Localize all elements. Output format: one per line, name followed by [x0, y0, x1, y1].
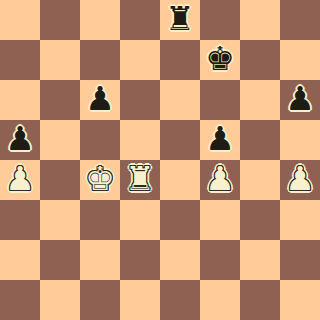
- square-c8[interactable]: [80, 0, 120, 40]
- square-f2[interactable]: [200, 240, 240, 280]
- square-h8[interactable]: [280, 0, 320, 40]
- chess-board: ♜♚♟♟♟♟♟♚♜♟♟: [0, 0, 320, 320]
- square-g5[interactable]: [240, 120, 280, 160]
- square-e4[interactable]: [160, 160, 200, 200]
- piece-white-pawn[interactable]: ♟: [5, 159, 35, 199]
- square-f6[interactable]: [200, 80, 240, 120]
- square-c6[interactable]: ♟: [80, 80, 120, 120]
- square-h1[interactable]: [280, 280, 320, 320]
- square-e8[interactable]: ♜: [160, 0, 200, 40]
- square-e6[interactable]: [160, 80, 200, 120]
- square-d7[interactable]: [120, 40, 160, 80]
- square-e7[interactable]: [160, 40, 200, 80]
- square-a2[interactable]: [0, 240, 40, 280]
- square-a5[interactable]: ♟: [0, 120, 40, 160]
- piece-black-king[interactable]: ♚: [205, 39, 235, 79]
- square-g2[interactable]: [240, 240, 280, 280]
- square-d2[interactable]: [120, 240, 160, 280]
- piece-white-rook[interactable]: ♜: [125, 159, 155, 199]
- square-b1[interactable]: [40, 280, 80, 320]
- square-d4[interactable]: ♜: [120, 160, 160, 200]
- piece-black-rook[interactable]: ♜: [165, 0, 195, 39]
- square-g7[interactable]: [240, 40, 280, 80]
- square-c1[interactable]: [80, 280, 120, 320]
- square-h2[interactable]: [280, 240, 320, 280]
- square-f1[interactable]: [200, 280, 240, 320]
- square-g8[interactable]: [240, 0, 280, 40]
- square-b5[interactable]: [40, 120, 80, 160]
- square-a4[interactable]: ♟: [0, 160, 40, 200]
- square-b6[interactable]: [40, 80, 80, 120]
- square-d5[interactable]: [120, 120, 160, 160]
- square-f8[interactable]: [200, 0, 240, 40]
- square-a6[interactable]: [0, 80, 40, 120]
- square-a1[interactable]: [0, 280, 40, 320]
- piece-white-pawn[interactable]: ♟: [285, 159, 315, 199]
- square-a3[interactable]: [0, 200, 40, 240]
- square-e1[interactable]: [160, 280, 200, 320]
- piece-black-pawn[interactable]: ♟: [285, 79, 315, 119]
- square-c4[interactable]: ♚: [80, 160, 120, 200]
- square-f3[interactable]: [200, 200, 240, 240]
- square-a8[interactable]: [0, 0, 40, 40]
- square-f5[interactable]: ♟: [200, 120, 240, 160]
- square-h5[interactable]: [280, 120, 320, 160]
- square-f4[interactable]: ♟: [200, 160, 240, 200]
- piece-white-king[interactable]: ♚: [85, 159, 115, 199]
- square-h4[interactable]: ♟: [280, 160, 320, 200]
- square-g6[interactable]: [240, 80, 280, 120]
- square-g3[interactable]: [240, 200, 280, 240]
- square-c5[interactable]: [80, 120, 120, 160]
- square-c3[interactable]: [80, 200, 120, 240]
- square-e2[interactable]: [160, 240, 200, 280]
- square-c7[interactable]: [80, 40, 120, 80]
- square-a7[interactable]: [0, 40, 40, 80]
- square-d8[interactable]: [120, 0, 160, 40]
- square-c2[interactable]: [80, 240, 120, 280]
- square-h7[interactable]: [280, 40, 320, 80]
- square-d3[interactable]: [120, 200, 160, 240]
- piece-white-pawn[interactable]: ♟: [205, 159, 235, 199]
- square-e3[interactable]: [160, 200, 200, 240]
- square-f7[interactable]: ♚: [200, 40, 240, 80]
- square-e5[interactable]: [160, 120, 200, 160]
- square-h3[interactable]: [280, 200, 320, 240]
- square-g1[interactable]: [240, 280, 280, 320]
- piece-black-pawn[interactable]: ♟: [205, 119, 235, 159]
- piece-black-pawn[interactable]: ♟: [85, 79, 115, 119]
- square-b4[interactable]: [40, 160, 80, 200]
- square-g4[interactable]: [240, 160, 280, 200]
- square-h6[interactable]: ♟: [280, 80, 320, 120]
- square-d1[interactable]: [120, 280, 160, 320]
- square-b8[interactable]: [40, 0, 80, 40]
- square-b2[interactable]: [40, 240, 80, 280]
- square-b3[interactable]: [40, 200, 80, 240]
- square-d6[interactable]: [120, 80, 160, 120]
- piece-black-pawn[interactable]: ♟: [5, 119, 35, 159]
- square-b7[interactable]: [40, 40, 80, 80]
